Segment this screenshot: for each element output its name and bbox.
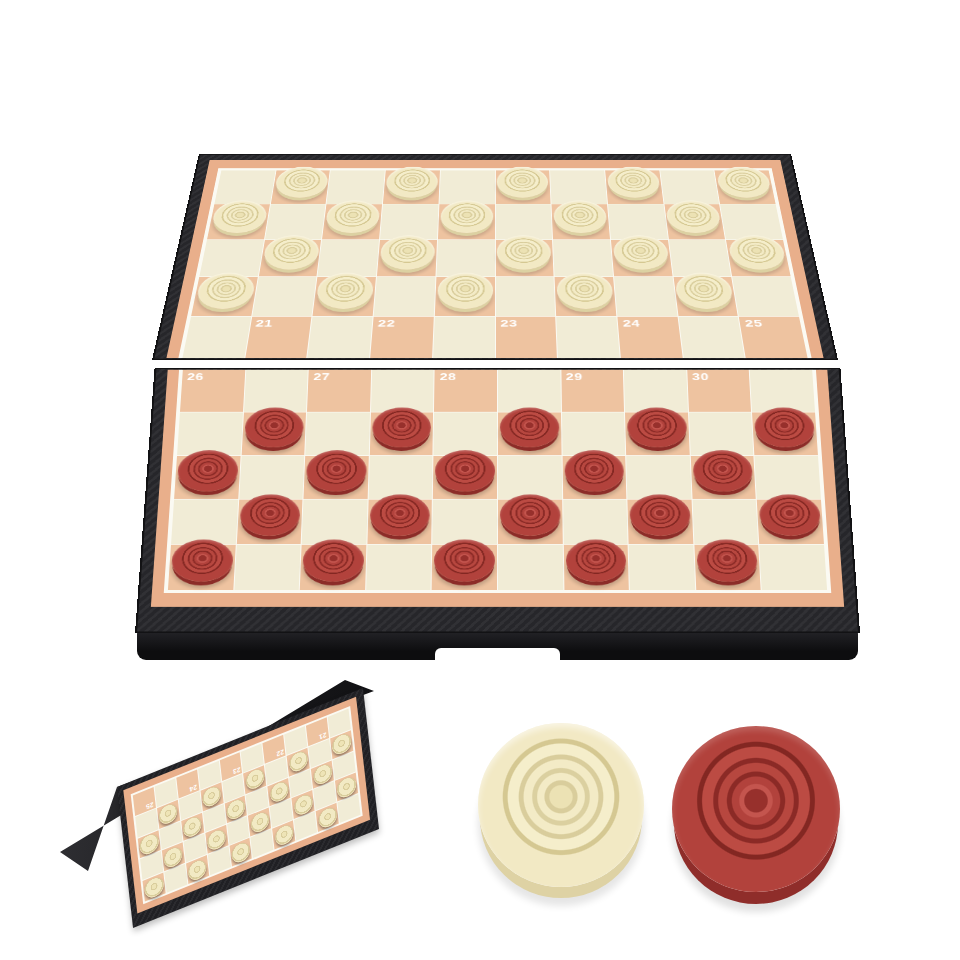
square-light [371, 370, 434, 412]
red-checker-square-34 [627, 407, 687, 447]
square-23: 23 [495, 317, 557, 358]
cream-checker-square-8 [440, 200, 493, 233]
board-margin: 2122232425 [166, 160, 823, 358]
square-light [760, 545, 827, 590]
square-light [626, 456, 691, 499]
square-number: 21 [255, 318, 274, 328]
square-light [678, 317, 745, 358]
square-light [308, 317, 373, 358]
red-checker-square-39 [564, 451, 624, 492]
square-36 [174, 456, 240, 499]
square-10 [664, 204, 725, 239]
folded-cream-checker [231, 840, 251, 865]
square-47 [300, 545, 366, 590]
square-14 [611, 240, 672, 277]
red-checker-square-38 [435, 451, 495, 492]
square-3 [495, 170, 550, 203]
square-light [562, 412, 626, 455]
square-30: 30 [687, 370, 751, 412]
square-44 [628, 500, 694, 544]
square-4 [605, 170, 663, 203]
folded-board-margin: 2524232221 [123, 697, 370, 914]
red-checker-square-46 [170, 540, 233, 582]
square-31 [241, 412, 306, 455]
square-light [608, 204, 668, 239]
square-number: 27 [313, 371, 330, 381]
red-checker-square-35 [754, 407, 816, 447]
square-16 [191, 277, 257, 316]
square-light [692, 500, 758, 544]
square-5 [715, 170, 776, 203]
square-34 [625, 412, 689, 455]
square-37 [304, 456, 369, 499]
square-19 [555, 277, 617, 316]
square-25: 25 [739, 317, 807, 358]
red-checker-square-36 [177, 451, 239, 492]
square-39 [562, 456, 626, 499]
square-light [614, 277, 677, 316]
cream-checker-square-5 [716, 167, 773, 198]
square-light [498, 545, 563, 590]
square-32 [370, 412, 434, 455]
board-grid-upper: 2122232425 [182, 170, 807, 357]
square-1 [271, 170, 330, 203]
red-checker-square-37 [306, 451, 367, 492]
square-number: 29 [566, 371, 583, 381]
square-light [199, 240, 263, 277]
square-27: 27 [307, 370, 371, 412]
square-46 [168, 545, 235, 590]
square-light [563, 500, 628, 544]
square-42 [367, 500, 432, 544]
red-checker-square-31 [244, 407, 305, 447]
cream-checker-square-9 [553, 200, 608, 233]
square-light [624, 370, 688, 412]
red-checker-square-45 [759, 495, 822, 536]
cream-checker-square-14 [612, 235, 669, 269]
red-checker-square-40 [692, 451, 754, 492]
square-light [244, 370, 308, 412]
product-photo-stage: 2122232425 2627282930 2524232221 [0, 0, 960, 960]
cream-checker-square-19 [556, 273, 614, 309]
square-number: 28 [440, 371, 457, 381]
cream-checker-square-16 [194, 273, 256, 309]
square-50 [694, 545, 761, 590]
square-light [366, 545, 432, 590]
square-17 [313, 277, 376, 316]
square-38 [433, 456, 497, 499]
square-light [368, 456, 432, 499]
board-grid-lower: 2627282930 [168, 370, 827, 590]
square-number: 30 [692, 371, 709, 381]
folded-cream-checker [187, 857, 207, 882]
folded-board-front-face: 2524232221 [117, 688, 379, 928]
square-11 [259, 240, 322, 277]
square-29: 29 [561, 370, 624, 412]
square-light [171, 500, 238, 544]
square-8 [438, 204, 495, 239]
cream-checker-square-1 [273, 167, 329, 198]
square-9 [552, 204, 610, 239]
square-light [439, 170, 494, 203]
folded-cream-checker [144, 875, 164, 900]
square-light [750, 370, 815, 412]
folded-cream-checker [317, 805, 337, 830]
square-light [234, 545, 301, 590]
square-33 [498, 412, 561, 455]
square-7 [322, 204, 382, 239]
square-light [318, 240, 379, 277]
clasp-notch [435, 648, 560, 660]
folded-board-border-line: 2524232221 [131, 706, 363, 904]
square-28: 28 [434, 370, 497, 412]
square-light [629, 545, 695, 590]
square-43 [498, 500, 562, 544]
square-light [495, 204, 552, 239]
square-light [660, 170, 719, 203]
red-checker-square-41 [239, 495, 301, 536]
square-light [305, 412, 369, 455]
square-light [252, 277, 317, 316]
square-20 [673, 277, 738, 316]
square-light [265, 204, 326, 239]
board-border-line: 2627282930 [164, 370, 832, 593]
red-checker-square-32 [372, 407, 432, 447]
main-board-lower-panel: 2627282930 [135, 368, 860, 633]
square-13 [495, 240, 553, 277]
square-light [498, 456, 562, 499]
square-light [550, 170, 607, 203]
square-light [433, 500, 497, 544]
sample-cream-checker-piece [478, 723, 644, 887]
square-light [374, 277, 436, 316]
square-48 [432, 545, 497, 590]
cream-checker-square-7 [325, 200, 381, 233]
cream-checker-square-11 [261, 235, 320, 269]
square-light [380, 204, 438, 239]
cream-checker-square-17 [316, 273, 375, 309]
board-margin: 2627282930 [151, 370, 844, 607]
square-light [495, 277, 555, 316]
square-6 [207, 204, 270, 239]
case-side-wall [137, 631, 858, 660]
square-number: 24 [622, 318, 640, 328]
square-light [720, 204, 783, 239]
square-light [669, 240, 732, 277]
square-light [433, 317, 495, 358]
square-12 [377, 240, 437, 277]
square-35 [752, 412, 818, 455]
main-board-upper-panel: 2122232425 [152, 154, 838, 360]
board-border-line: 2122232425 [178, 168, 811, 358]
square-2 [383, 170, 440, 203]
square-light [755, 456, 821, 499]
folded-cream-checker [274, 822, 294, 847]
cream-checker-square-3 [497, 167, 549, 198]
square-40 [691, 456, 757, 499]
square-18 [435, 277, 495, 316]
square-light [302, 500, 368, 544]
square-light [214, 170, 275, 203]
red-checker-square-49 [565, 540, 627, 582]
square-light [327, 170, 385, 203]
cream-checker-square-18 [437, 273, 493, 309]
square-49 [563, 545, 629, 590]
red-checker-square-33 [500, 407, 559, 447]
sample-red-checker-piece [672, 726, 840, 892]
square-21: 21 [245, 317, 312, 358]
square-26: 26 [180, 370, 245, 412]
red-checker-square-44 [629, 495, 691, 536]
square-number: 22 [378, 318, 396, 328]
square-45 [757, 500, 824, 544]
square-number: 25 [744, 318, 763, 328]
cream-checker-square-4 [606, 167, 660, 198]
red-checker-square-42 [369, 495, 430, 536]
square-41 [236, 500, 302, 544]
cream-checker-square-13 [497, 235, 552, 269]
square-light [182, 317, 250, 358]
cream-checker-square-6 [210, 200, 269, 233]
square-light [732, 277, 798, 316]
red-checker-square-50 [696, 540, 759, 582]
square-light [553, 240, 613, 277]
cream-checker-square-10 [665, 200, 722, 233]
square-number: 23 [500, 318, 517, 328]
square-15 [726, 240, 790, 277]
red-checker-square-47 [302, 540, 364, 582]
square-light [556, 317, 619, 358]
cream-checker-square-20 [674, 273, 735, 309]
square-light [689, 412, 754, 455]
square-light [177, 412, 243, 455]
red-checker-square-43 [500, 495, 560, 536]
cream-checker-square-15 [727, 235, 787, 269]
folded-board-grid: 2524232221 [133, 709, 361, 902]
square-number: 26 [187, 371, 204, 381]
square-light [436, 240, 494, 277]
cream-checker-square-2 [385, 167, 438, 198]
cream-checker-square-12 [379, 235, 435, 269]
red-checker-square-48 [434, 540, 495, 582]
square-22: 22 [370, 317, 433, 358]
square-light [434, 412, 497, 455]
square-24: 24 [617, 317, 682, 358]
square-light [239, 456, 305, 499]
square-light [498, 370, 561, 412]
